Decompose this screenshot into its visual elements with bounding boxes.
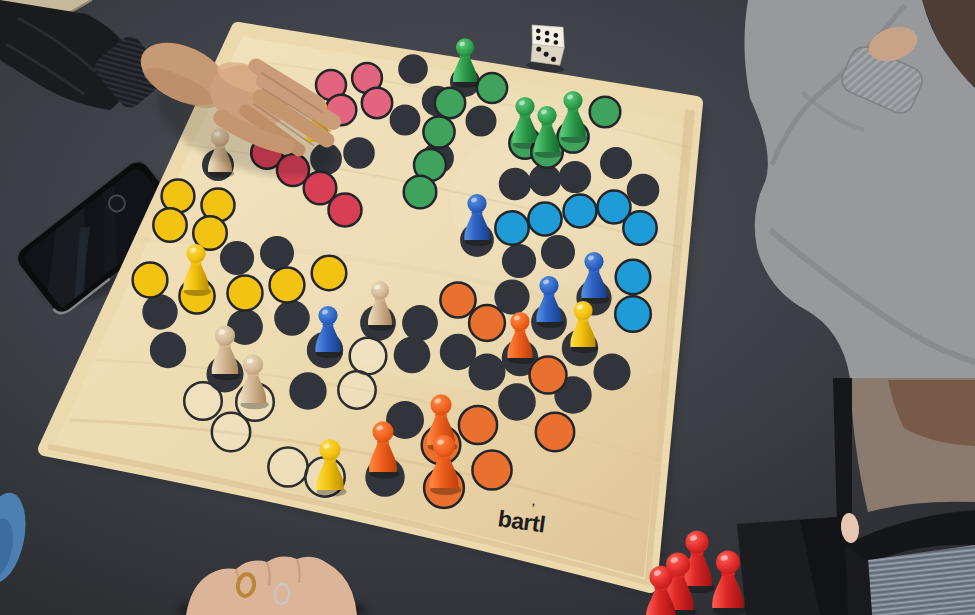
board-spot-g xyxy=(435,88,465,118)
board-spot-t xyxy=(600,147,632,179)
board-spot-r xyxy=(329,194,362,227)
board-spot-o xyxy=(440,282,475,317)
board-spot-o xyxy=(530,357,567,394)
board-spot-t xyxy=(466,106,497,137)
board-spot-c xyxy=(495,211,528,244)
board-spot-t xyxy=(499,168,531,200)
board-spot-w xyxy=(184,382,222,420)
board-spot-o xyxy=(459,406,497,444)
board-spot-y xyxy=(228,276,263,311)
board-spot-y xyxy=(312,256,347,291)
board-spot-t xyxy=(627,174,660,207)
board-spot-w xyxy=(268,447,307,486)
board-spot-t xyxy=(498,383,536,421)
board-spot-t xyxy=(398,54,428,84)
board-spot-c xyxy=(623,211,656,244)
board-spot-g xyxy=(590,97,621,128)
ludo-photo-scene: bartl ’ xyxy=(0,0,975,615)
board-spot-t xyxy=(541,235,575,269)
board-spot-o xyxy=(469,305,505,341)
board-spot-t xyxy=(502,244,536,278)
board-spot-y xyxy=(133,263,168,298)
board-spot-c xyxy=(615,296,651,332)
board-spot-c xyxy=(616,260,651,295)
board-spot-o xyxy=(536,413,574,451)
board-spot-c xyxy=(528,202,561,235)
board-spot-t xyxy=(142,294,177,329)
board-spot-t xyxy=(220,241,254,275)
board-spot-o xyxy=(472,450,511,489)
board-spot-w xyxy=(338,371,375,408)
board-spot-y xyxy=(270,268,305,303)
board-spot-w xyxy=(350,338,387,375)
board-spot-g xyxy=(404,176,437,209)
board-spot-g xyxy=(477,73,507,103)
board-spot-t xyxy=(390,105,421,136)
board-spot-t xyxy=(469,354,506,391)
board-spot-t xyxy=(150,332,186,368)
board-spot-t xyxy=(394,337,431,374)
board-spot-t xyxy=(260,236,294,270)
board-spot-y xyxy=(153,208,186,241)
photo-stage: bartl ’ xyxy=(0,0,975,615)
board-spot-t xyxy=(289,372,326,409)
board-spot-t xyxy=(343,137,375,169)
board-spot-t xyxy=(274,300,310,336)
board-spot-w xyxy=(212,413,250,451)
board-spot-t xyxy=(594,354,631,391)
board-spot-p xyxy=(362,88,392,118)
board-spot-t xyxy=(559,161,591,193)
board-spot-g xyxy=(423,116,454,147)
board-spot-t xyxy=(402,305,438,341)
board-spot-c xyxy=(564,195,597,228)
